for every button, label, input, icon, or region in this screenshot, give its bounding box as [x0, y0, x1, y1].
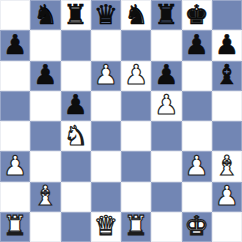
square-f6[interactable]: ♟: [151, 61, 181, 91]
black-rook-icon: ♜: [154, 1, 178, 28]
black-pawn-icon: ♟: [185, 31, 209, 58]
black-pawn-icon: ♟: [64, 91, 88, 118]
square-c2[interactable]: [61, 182, 91, 212]
square-h5[interactable]: [212, 91, 242, 121]
square-d4[interactable]: [91, 121, 121, 151]
chess-board-container: ♞♜♛♞♜♚♟♟♟♟♟♟♟♝♟♟♞♟♟♝♝♟♜♛♜♚: [0, 0, 242, 242]
square-g6[interactable]: [182, 61, 212, 91]
square-e1[interactable]: ♜: [121, 212, 151, 242]
square-d3[interactable]: [91, 151, 121, 181]
square-a1[interactable]: ♜: [0, 212, 30, 242]
square-h1[interactable]: [212, 212, 242, 242]
square-e3[interactable]: [121, 151, 151, 181]
chess-board: ♞♜♛♞♜♚♟♟♟♟♟♟♟♝♟♟♞♟♟♝♝♟♜♛♜♚: [0, 0, 242, 242]
square-e4[interactable]: [121, 121, 151, 151]
square-d2[interactable]: [91, 182, 121, 212]
square-a3[interactable]: ♟: [0, 151, 30, 181]
square-g5[interactable]: [182, 91, 212, 121]
square-g8[interactable]: ♚: [182, 0, 212, 30]
white-bishop-icon: ♝: [33, 182, 57, 209]
white-king-icon: ♚: [185, 212, 209, 239]
square-c6[interactable]: [61, 61, 91, 91]
square-g3[interactable]: ♟: [182, 151, 212, 181]
square-b5[interactable]: [30, 91, 60, 121]
square-c4[interactable]: ♞: [61, 121, 91, 151]
white-pawn-icon: ♟: [215, 182, 239, 209]
square-f4[interactable]: [151, 121, 181, 151]
square-h8[interactable]: [212, 0, 242, 30]
square-b7[interactable]: [30, 30, 60, 60]
square-d8[interactable]: ♛: [91, 0, 121, 30]
square-c7[interactable]: [61, 30, 91, 60]
square-h6[interactable]: ♝: [212, 61, 242, 91]
white-rook-icon: ♜: [3, 212, 27, 239]
square-g2[interactable]: [182, 182, 212, 212]
white-bishop-icon: ♝: [215, 152, 239, 179]
square-g1[interactable]: ♚: [182, 212, 212, 242]
square-c3[interactable]: [61, 151, 91, 181]
square-b6[interactable]: ♟: [30, 61, 60, 91]
black-queen-icon: ♛: [94, 1, 118, 28]
square-c8[interactable]: ♜: [61, 0, 91, 30]
square-b8[interactable]: ♞: [30, 0, 60, 30]
square-h4[interactable]: [212, 121, 242, 151]
square-e7[interactable]: [121, 30, 151, 60]
square-f1[interactable]: [151, 212, 181, 242]
square-f5[interactable]: ♟: [151, 91, 181, 121]
white-knight-icon: ♞: [64, 122, 88, 149]
square-c1[interactable]: [61, 212, 91, 242]
black-rook-icon: ♜: [64, 1, 88, 28]
square-e2[interactable]: [121, 182, 151, 212]
white-pawn-icon: ♟: [154, 91, 178, 118]
square-h3[interactable]: ♝: [212, 151, 242, 181]
square-f7[interactable]: [151, 30, 181, 60]
square-e5[interactable]: [121, 91, 151, 121]
black-pawn-icon: ♟: [154, 61, 178, 88]
square-g4[interactable]: [182, 121, 212, 151]
white-pawn-icon: ♟: [185, 152, 209, 179]
square-f2[interactable]: [151, 182, 181, 212]
black-pawn-icon: ♟: [3, 31, 27, 58]
black-king-icon: ♚: [185, 1, 209, 28]
square-e8[interactable]: ♞: [121, 0, 151, 30]
square-a2[interactable]: [0, 182, 30, 212]
square-a7[interactable]: ♟: [0, 30, 30, 60]
square-b4[interactable]: [30, 121, 60, 151]
square-d6[interactable]: ♟: [91, 61, 121, 91]
black-pawn-icon: ♟: [33, 61, 57, 88]
square-h2[interactable]: ♟: [212, 182, 242, 212]
square-d1[interactable]: ♛: [91, 212, 121, 242]
square-h7[interactable]: ♟: [212, 30, 242, 60]
white-rook-icon: ♜: [124, 212, 148, 239]
square-a6[interactable]: [0, 61, 30, 91]
black-pawn-icon: ♟: [215, 31, 239, 58]
square-d5[interactable]: [91, 91, 121, 121]
square-g7[interactable]: ♟: [182, 30, 212, 60]
square-a8[interactable]: [0, 0, 30, 30]
square-f3[interactable]: [151, 151, 181, 181]
white-pawn-icon: ♟: [94, 61, 118, 88]
square-c5[interactable]: ♟: [61, 91, 91, 121]
white-pawn-icon: ♟: [124, 61, 148, 88]
white-queen-icon: ♛: [94, 212, 118, 239]
square-a5[interactable]: [0, 91, 30, 121]
square-b2[interactable]: ♝: [30, 182, 60, 212]
square-e6[interactable]: ♟: [121, 61, 151, 91]
square-a4[interactable]: [0, 121, 30, 151]
white-pawn-icon: ♟: [3, 152, 27, 179]
square-b3[interactable]: [30, 151, 60, 181]
black-bishop-icon: ♝: [215, 61, 239, 88]
square-d7[interactable]: [91, 30, 121, 60]
black-knight-icon: ♞: [33, 1, 57, 28]
square-b1[interactable]: [30, 212, 60, 242]
black-knight-icon: ♞: [124, 1, 148, 28]
square-f8[interactable]: ♜: [151, 0, 181, 30]
